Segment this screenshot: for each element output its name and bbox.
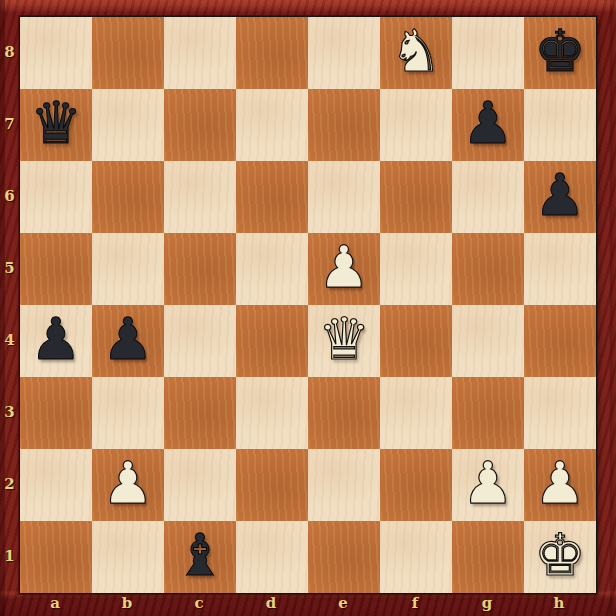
square-g8[interactable]	[452, 17, 524, 89]
black-pawn-h6[interactable]: ♟	[524, 161, 596, 233]
square-d6[interactable]	[236, 161, 308, 233]
rank-label-8: 8	[0, 16, 19, 88]
square-f8[interactable]: ♞	[380, 17, 452, 89]
square-f1[interactable]	[380, 521, 452, 593]
file-label-b: b	[91, 593, 163, 615]
square-a4[interactable]: ♟	[20, 305, 92, 377]
square-h3[interactable]	[524, 377, 596, 449]
white-pawn-g2[interactable]: ♟	[452, 449, 524, 521]
square-c7[interactable]	[164, 89, 236, 161]
square-e8[interactable]	[308, 17, 380, 89]
square-b5[interactable]	[92, 233, 164, 305]
square-f5[interactable]	[380, 233, 452, 305]
black-pawn-a4[interactable]: ♟	[20, 305, 92, 377]
rank-label-7: 7	[0, 88, 19, 160]
file-label-h: h	[523, 593, 595, 615]
black-king-h8[interactable]: ♚	[524, 17, 596, 89]
square-g6[interactable]	[452, 161, 524, 233]
square-e1[interactable]	[308, 521, 380, 593]
square-c2[interactable]	[164, 449, 236, 521]
square-a5[interactable]	[20, 233, 92, 305]
file-labels: abcdefgh	[19, 593, 595, 615]
rank-label-3: 3	[0, 376, 19, 448]
black-pawn-b4[interactable]: ♟	[92, 305, 164, 377]
square-d1[interactable]	[236, 521, 308, 593]
square-h1[interactable]: ♚	[524, 521, 596, 593]
rank-label-1: 1	[0, 520, 19, 592]
square-g1[interactable]	[452, 521, 524, 593]
square-a6[interactable]	[20, 161, 92, 233]
square-c8[interactable]	[164, 17, 236, 89]
white-king-h1[interactable]: ♚	[524, 521, 596, 593]
square-e6[interactable]	[308, 161, 380, 233]
square-f2[interactable]	[380, 449, 452, 521]
square-b2[interactable]: ♟	[92, 449, 164, 521]
square-a7[interactable]: ♛	[20, 89, 92, 161]
black-bishop-c1[interactable]: ♝	[164, 521, 236, 593]
square-g2[interactable]: ♟	[452, 449, 524, 521]
square-h6[interactable]: ♟	[524, 161, 596, 233]
rank-label-4: 4	[0, 304, 19, 376]
square-c4[interactable]	[164, 305, 236, 377]
square-b8[interactable]	[92, 17, 164, 89]
square-a3[interactable]	[20, 377, 92, 449]
square-c6[interactable]	[164, 161, 236, 233]
square-d5[interactable]	[236, 233, 308, 305]
square-e5[interactable]: ♟	[308, 233, 380, 305]
square-f4[interactable]	[380, 305, 452, 377]
square-a2[interactable]	[20, 449, 92, 521]
white-pawn-e5[interactable]: ♟	[308, 233, 380, 305]
square-c3[interactable]	[164, 377, 236, 449]
square-b1[interactable]	[92, 521, 164, 593]
file-label-f: f	[379, 593, 451, 615]
square-b6[interactable]	[92, 161, 164, 233]
chess-board-frame: 87654321 ♞♚♛♟♟♟♟♟♛♟♟♟♝♚ abcdefgh	[0, 0, 616, 616]
square-d7[interactable]	[236, 89, 308, 161]
black-pawn-g7[interactable]: ♟	[452, 89, 524, 161]
rank-label-6: 6	[0, 160, 19, 232]
square-f7[interactable]	[380, 89, 452, 161]
rank-label-2: 2	[0, 448, 19, 520]
chess-board: ♞♚♛♟♟♟♟♟♛♟♟♟♝♚	[19, 16, 597, 594]
square-d3[interactable]	[236, 377, 308, 449]
square-h5[interactable]	[524, 233, 596, 305]
square-e4[interactable]: ♛	[308, 305, 380, 377]
square-h2[interactable]: ♟	[524, 449, 596, 521]
square-g5[interactable]	[452, 233, 524, 305]
black-queen-a7[interactable]: ♛	[20, 89, 92, 161]
white-queen-e4[interactable]: ♛	[308, 305, 380, 377]
file-label-c: c	[163, 593, 235, 615]
white-knight-f8[interactable]: ♞	[380, 17, 452, 89]
square-b7[interactable]	[92, 89, 164, 161]
square-c5[interactable]	[164, 233, 236, 305]
square-h4[interactable]	[524, 305, 596, 377]
square-h8[interactable]: ♚	[524, 17, 596, 89]
file-label-d: d	[235, 593, 307, 615]
square-c1[interactable]: ♝	[164, 521, 236, 593]
white-pawn-b2[interactable]: ♟	[92, 449, 164, 521]
square-d8[interactable]	[236, 17, 308, 89]
file-label-e: e	[307, 593, 379, 615]
square-a1[interactable]	[20, 521, 92, 593]
square-a8[interactable]	[20, 17, 92, 89]
rank-labels: 87654321	[0, 16, 19, 592]
square-d4[interactable]	[236, 305, 308, 377]
square-f6[interactable]	[380, 161, 452, 233]
rank-label-5: 5	[0, 232, 19, 304]
square-h7[interactable]	[524, 89, 596, 161]
square-e7[interactable]	[308, 89, 380, 161]
square-f3[interactable]	[380, 377, 452, 449]
square-b3[interactable]	[92, 377, 164, 449]
square-e2[interactable]	[308, 449, 380, 521]
file-label-a: a	[19, 593, 91, 615]
square-e3[interactable]	[308, 377, 380, 449]
square-d2[interactable]	[236, 449, 308, 521]
white-pawn-h2[interactable]: ♟	[524, 449, 596, 521]
square-g4[interactable]	[452, 305, 524, 377]
square-b4[interactable]: ♟	[92, 305, 164, 377]
square-g3[interactable]	[452, 377, 524, 449]
file-label-g: g	[451, 593, 523, 615]
square-g7[interactable]: ♟	[452, 89, 524, 161]
